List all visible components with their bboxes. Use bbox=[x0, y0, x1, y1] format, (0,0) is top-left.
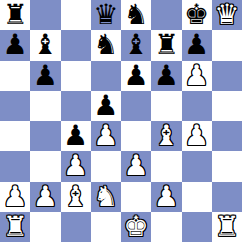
square-b7[interactable]: ♝ bbox=[30, 30, 60, 60]
square-e8[interactable]: ♞ bbox=[121, 0, 151, 30]
square-c4[interactable]: ♟ bbox=[61, 121, 91, 151]
black-king[interactable]: ♚ bbox=[184, 1, 209, 29]
square-a4[interactable] bbox=[0, 121, 30, 151]
white-rook[interactable]: ♜ bbox=[214, 213, 239, 241]
chess-board: ♜♛♞♚♛♟♝♞♝♜♟♟♟♟♟♟♟♟♝♟♟♟♟♟♝♞♟♜♚♜ bbox=[0, 0, 242, 242]
square-g8[interactable]: ♚ bbox=[182, 0, 212, 30]
square-g3[interactable] bbox=[182, 151, 212, 181]
white-pawn[interactable]: ♟ bbox=[33, 183, 58, 211]
square-g6[interactable]: ♟ bbox=[182, 61, 212, 91]
white-queen[interactable]: ♛ bbox=[214, 1, 239, 29]
square-g1[interactable] bbox=[182, 212, 212, 242]
square-f2[interactable]: ♟ bbox=[151, 182, 181, 212]
white-pawn[interactable]: ♟ bbox=[93, 122, 118, 150]
square-e3[interactable]: ♟ bbox=[121, 151, 151, 181]
square-f8[interactable] bbox=[151, 0, 181, 30]
black-rook[interactable]: ♜ bbox=[154, 31, 179, 59]
square-c2[interactable]: ♝ bbox=[61, 182, 91, 212]
black-knight[interactable]: ♞ bbox=[93, 31, 118, 59]
square-h5[interactable] bbox=[212, 91, 242, 121]
square-e2[interactable] bbox=[121, 182, 151, 212]
square-b2[interactable]: ♟ bbox=[30, 182, 60, 212]
square-b4[interactable] bbox=[30, 121, 60, 151]
black-rook[interactable]: ♜ bbox=[3, 1, 28, 29]
square-c1[interactable] bbox=[61, 212, 91, 242]
black-bishop[interactable]: ♝ bbox=[124, 31, 149, 59]
square-c6[interactable] bbox=[61, 61, 91, 91]
square-d7[interactable]: ♞ bbox=[91, 30, 121, 60]
square-d3[interactable] bbox=[91, 151, 121, 181]
square-h4[interactable] bbox=[212, 121, 242, 151]
square-g7[interactable]: ♟ bbox=[182, 30, 212, 60]
square-f6[interactable]: ♟ bbox=[151, 61, 181, 91]
square-b1[interactable] bbox=[30, 212, 60, 242]
square-b8[interactable] bbox=[30, 0, 60, 30]
square-f7[interactable]: ♜ bbox=[151, 30, 181, 60]
black-queen[interactable]: ♛ bbox=[93, 1, 118, 29]
square-a8[interactable]: ♜ bbox=[0, 0, 30, 30]
square-a3[interactable] bbox=[0, 151, 30, 181]
square-a2[interactable]: ♟ bbox=[0, 182, 30, 212]
square-e5[interactable] bbox=[121, 91, 151, 121]
square-d4[interactable]: ♟ bbox=[91, 121, 121, 151]
square-h1[interactable]: ♜ bbox=[212, 212, 242, 242]
black-pawn[interactable]: ♟ bbox=[63, 122, 88, 150]
square-d5[interactable]: ♟ bbox=[91, 91, 121, 121]
white-pawn[interactable]: ♟ bbox=[154, 183, 179, 211]
square-d6[interactable] bbox=[91, 61, 121, 91]
square-a5[interactable] bbox=[0, 91, 30, 121]
white-pawn[interactable]: ♟ bbox=[184, 62, 209, 90]
square-f4[interactable]: ♝ bbox=[151, 121, 181, 151]
square-c3[interactable]: ♟ bbox=[61, 151, 91, 181]
square-e6[interactable]: ♟ bbox=[121, 61, 151, 91]
square-e1[interactable]: ♚ bbox=[121, 212, 151, 242]
black-pawn[interactable]: ♟ bbox=[124, 62, 149, 90]
square-h7[interactable] bbox=[212, 30, 242, 60]
square-g2[interactable] bbox=[182, 182, 212, 212]
white-bishop[interactable]: ♝ bbox=[63, 183, 88, 211]
square-c8[interactable] bbox=[61, 0, 91, 30]
square-e7[interactable]: ♝ bbox=[121, 30, 151, 60]
square-d8[interactable]: ♛ bbox=[91, 0, 121, 30]
square-a7[interactable]: ♟ bbox=[0, 30, 30, 60]
square-f3[interactable] bbox=[151, 151, 181, 181]
square-h8[interactable]: ♛ bbox=[212, 0, 242, 30]
square-h2[interactable] bbox=[212, 182, 242, 212]
square-b6[interactable]: ♟ bbox=[30, 61, 60, 91]
square-c5[interactable] bbox=[61, 91, 91, 121]
square-b5[interactable] bbox=[30, 91, 60, 121]
white-knight[interactable]: ♞ bbox=[93, 183, 118, 211]
white-pawn[interactable]: ♟ bbox=[184, 122, 209, 150]
black-pawn[interactable]: ♟ bbox=[3, 31, 28, 59]
black-pawn[interactable]: ♟ bbox=[154, 62, 179, 90]
white-pawn[interactable]: ♟ bbox=[63, 152, 88, 180]
square-g5[interactable] bbox=[182, 91, 212, 121]
black-pawn[interactable]: ♟ bbox=[184, 31, 209, 59]
white-pawn[interactable]: ♟ bbox=[3, 183, 28, 211]
black-knight[interactable]: ♞ bbox=[124, 1, 149, 29]
square-e4[interactable] bbox=[121, 121, 151, 151]
white-king[interactable]: ♚ bbox=[124, 213, 149, 241]
square-b3[interactable] bbox=[30, 151, 60, 181]
black-pawn[interactable]: ♟ bbox=[33, 62, 58, 90]
square-d2[interactable]: ♞ bbox=[91, 182, 121, 212]
square-g4[interactable]: ♟ bbox=[182, 121, 212, 151]
black-bishop[interactable]: ♝ bbox=[33, 31, 58, 59]
square-a6[interactable] bbox=[0, 61, 30, 91]
white-pawn[interactable]: ♟ bbox=[124, 152, 149, 180]
black-pawn[interactable]: ♟ bbox=[93, 92, 118, 120]
white-bishop[interactable]: ♝ bbox=[154, 122, 179, 150]
square-h3[interactable] bbox=[212, 151, 242, 181]
square-f5[interactable] bbox=[151, 91, 181, 121]
square-a1[interactable]: ♜ bbox=[0, 212, 30, 242]
square-h6[interactable] bbox=[212, 61, 242, 91]
square-d1[interactable] bbox=[91, 212, 121, 242]
square-f1[interactable] bbox=[151, 212, 181, 242]
white-rook[interactable]: ♜ bbox=[3, 213, 28, 241]
square-c7[interactable] bbox=[61, 30, 91, 60]
